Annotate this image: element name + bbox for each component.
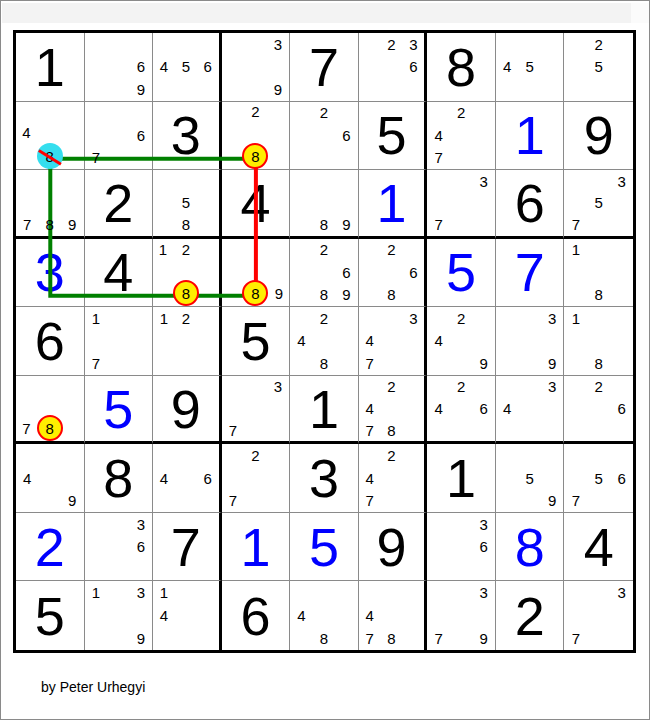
candidate-slot xyxy=(107,307,130,330)
cell-r1c1[interactable]: 1 xyxy=(16,33,85,102)
cell-r2c2[interactable]: 67 xyxy=(85,102,154,171)
candidate-slot xyxy=(472,102,495,125)
cell-r1c9[interactable]: 25 xyxy=(564,33,633,102)
cell-r5c5[interactable]: 248 xyxy=(290,307,359,376)
candidate-digit: 2 xyxy=(320,311,328,326)
candidate-digit: 3 xyxy=(274,37,282,52)
candidate-slot xyxy=(472,376,495,398)
cell-r8c8[interactable]: 8 xyxy=(496,513,565,582)
candidate-slot xyxy=(402,444,424,467)
candidate-digit: 9 xyxy=(137,82,145,97)
candidate-slot: 7 xyxy=(427,214,450,236)
candidate-layer: 36 xyxy=(427,513,495,581)
candidate-layer: 17 xyxy=(85,307,153,375)
candidate-digit: 4 xyxy=(503,59,511,74)
cell-r2c9[interactable]: 9 xyxy=(564,102,633,171)
cell-r3c6[interactable]: 1 xyxy=(359,170,428,239)
cell-r9c2[interactable]: 139 xyxy=(85,581,154,650)
candidate-digit: 4 xyxy=(160,471,168,486)
candidate-digit: 2 xyxy=(251,104,259,119)
cell-r7c5[interactable]: 3 xyxy=(290,444,359,513)
cell-r4c7[interactable]: 5 xyxy=(427,239,496,308)
candidate-slot xyxy=(450,352,473,375)
candidate-slot xyxy=(564,376,587,398)
candidate-slot: 3 xyxy=(402,307,424,330)
candidate-slot xyxy=(402,467,424,490)
cell-r5c9[interactable]: 18 xyxy=(564,307,633,376)
cell-r9c5[interactable]: 48 xyxy=(290,581,359,650)
candidate-slot xyxy=(518,78,541,101)
cell-r4c8[interactable]: 7 xyxy=(496,239,565,308)
candidate-slot xyxy=(197,352,219,375)
candidate-slot xyxy=(197,192,219,214)
candidate-digit: 9 xyxy=(479,631,487,646)
candidate-digit: 7 xyxy=(23,217,31,232)
candidate-slot: 4 xyxy=(427,124,450,147)
candidate-slot: 8 xyxy=(587,284,610,307)
candidate-layer: 14 xyxy=(153,581,219,650)
candidate-slot xyxy=(199,239,219,260)
cell-r9c3[interactable]: 14 xyxy=(153,581,222,650)
candidate-layer: 789 xyxy=(16,170,84,236)
cell-r6c1[interactable]: 78 xyxy=(16,376,85,445)
candidate-slot: 7 xyxy=(85,352,108,375)
candidate-slot: 8 xyxy=(313,627,336,650)
candidate-slot xyxy=(541,330,564,353)
candidate-slot xyxy=(427,307,450,330)
candidate-digit: 1 xyxy=(572,311,580,326)
candidate-digit: 7 xyxy=(229,493,237,508)
candidate-digit: 4 xyxy=(366,471,374,486)
candidate-slot xyxy=(63,396,84,416)
candidate-slot xyxy=(313,330,336,353)
cell-r1c3[interactable]: 456 xyxy=(153,33,222,102)
candidate-slot xyxy=(61,467,84,490)
chain-node-circle: 8 xyxy=(173,280,199,306)
cell-r6c4[interactable]: 37 xyxy=(222,376,291,445)
candidate-slot xyxy=(107,581,130,604)
candidate-slot xyxy=(610,419,633,441)
solved-digit: 1 xyxy=(515,108,545,162)
candidate-slot xyxy=(39,192,62,214)
top-toolbar-strip xyxy=(2,3,631,23)
candidate-slot xyxy=(61,170,84,192)
candidate-slot: 7 xyxy=(359,352,381,375)
given-digit: 5 xyxy=(35,589,65,643)
candidate-digit: 3 xyxy=(137,517,145,532)
cell-r6c9[interactable]: 26 xyxy=(564,376,633,445)
cell-r7c6[interactable]: 247 xyxy=(359,444,428,513)
candidate-slot xyxy=(61,444,84,467)
candidate-digit: 7 xyxy=(366,356,374,371)
cell-r3c9[interactable]: 357 xyxy=(564,170,633,239)
candidate-digit: 8 xyxy=(387,631,395,646)
candidate-slot xyxy=(381,78,403,101)
candidate-slot xyxy=(472,558,495,581)
candidate-slot: 9 xyxy=(268,280,289,306)
top-toolbar-strip-end xyxy=(631,3,649,23)
candidate-layer: 39 xyxy=(222,33,290,101)
cell-r7c4[interactable]: 27 xyxy=(222,444,291,513)
candidate-slot: 3 xyxy=(130,581,153,604)
candidate-slot: 7 xyxy=(85,147,108,170)
candidate-slot: 3 xyxy=(402,33,424,56)
candidate-slot xyxy=(450,558,473,581)
cell-r8c6[interactable]: 9 xyxy=(359,513,428,582)
candidate-slot xyxy=(450,535,473,558)
cell-r4c4[interactable]: 89 xyxy=(222,239,291,308)
candidate-layer: 2478 xyxy=(359,376,425,442)
candidate-slot xyxy=(450,330,473,353)
cell-r7c9[interactable]: 567 xyxy=(564,444,633,513)
candidate-slot: 4 xyxy=(496,56,519,79)
candidate-slot xyxy=(268,143,289,169)
cell-r8c5[interactable]: 5 xyxy=(290,513,359,582)
candidate-slot xyxy=(541,419,564,441)
cell-r2c5[interactable]: 26 xyxy=(290,102,359,171)
cell-r1c7[interactable]: 8 xyxy=(427,33,496,102)
cell-r3c2[interactable]: 2 xyxy=(85,170,154,239)
cell-r9c6[interactable]: 478 xyxy=(359,581,428,650)
candidate-slot xyxy=(402,284,424,307)
candidate-layer: 48 xyxy=(290,581,358,650)
candidate-slot: 2 xyxy=(381,376,403,398)
candidate-slot xyxy=(267,419,290,441)
candidate-slot xyxy=(16,102,37,123)
cell-r4c6[interactable]: 268 xyxy=(359,239,428,308)
candidate-slot xyxy=(587,214,610,236)
solved-digit: 5 xyxy=(446,245,476,299)
candidate-slot xyxy=(130,147,153,170)
candidate-slot xyxy=(85,56,108,79)
candidate-slot xyxy=(359,56,381,79)
candidate-digit: 4 xyxy=(434,401,442,416)
cell-r1c5[interactable]: 7 xyxy=(290,33,359,102)
candidate-slot xyxy=(496,330,519,353)
cell-r8c3[interactable]: 7 xyxy=(153,513,222,582)
cell-r1c6[interactable]: 236 xyxy=(359,33,428,102)
candidate-slot xyxy=(610,376,633,398)
candidate-slot xyxy=(518,376,541,398)
candidate-slot: 4 xyxy=(359,330,381,353)
candidate-slot: 9 xyxy=(335,214,358,236)
cell-r6c2[interactable]: 5 xyxy=(85,376,154,445)
candidate-slot xyxy=(130,330,153,353)
candidate-slot: 6 xyxy=(130,535,153,558)
candidate-slot: 3 xyxy=(267,33,290,56)
cell-r4c5[interactable]: 2689 xyxy=(290,239,359,308)
candidate-slot: 2 xyxy=(313,102,336,125)
candidate-slot xyxy=(107,147,130,170)
candidate-slot xyxy=(107,124,130,147)
given-digit: 9 xyxy=(584,108,614,162)
candidate-slot xyxy=(175,627,197,650)
candidate-slot xyxy=(335,147,358,170)
candidate-slot: 9 xyxy=(130,78,153,101)
candidate-slot xyxy=(175,489,197,512)
candidate-slot xyxy=(290,627,313,650)
candidate-slot xyxy=(359,444,381,467)
cell-r8c1[interactable]: 2 xyxy=(16,513,85,582)
candidate-slot xyxy=(450,398,473,420)
candidate-slot: 8 xyxy=(242,280,268,306)
candidate-slot xyxy=(290,261,313,284)
candidate-slot xyxy=(222,280,243,306)
candidate-layer: 39 xyxy=(496,307,564,375)
candidate-slot: 8 xyxy=(381,627,403,650)
candidate-slot xyxy=(153,280,173,306)
candidate-digit: 6 xyxy=(409,265,417,280)
candidate-slot xyxy=(359,78,381,101)
candidate-slot xyxy=(610,284,633,307)
candidate-digit: 6 xyxy=(342,265,350,280)
candidate-digit: 2 xyxy=(182,242,190,257)
candidate-slot: 6 xyxy=(335,261,358,284)
candidate-slot: 2 xyxy=(587,33,610,56)
cell-r8c2[interactable]: 36 xyxy=(85,513,154,582)
candidate-slot: 6 xyxy=(197,467,219,490)
cell-r7c7[interactable]: 1 xyxy=(427,444,496,513)
candidate-slot xyxy=(335,170,358,192)
candidate-digit: 5 xyxy=(525,471,533,486)
candidate-slot xyxy=(267,56,290,79)
candidate-slot: 8 xyxy=(381,419,403,441)
given-digit: 6 xyxy=(240,589,270,643)
candidate-slot xyxy=(107,352,130,375)
cell-r9c1[interactable]: 5 xyxy=(16,581,85,650)
candidate-digit: 7 xyxy=(366,423,374,438)
given-digit: 3 xyxy=(171,108,201,162)
cell-r6c8[interactable]: 34 xyxy=(496,376,565,445)
candidate-slot xyxy=(85,604,108,627)
candidate-slot xyxy=(518,330,541,353)
cell-r7c1[interactable]: 49 xyxy=(16,444,85,513)
candidate-slot xyxy=(244,33,267,56)
candidate-layer: 248 xyxy=(290,307,358,375)
candidate-slot xyxy=(427,558,450,581)
candidate-slot: 6 xyxy=(472,535,495,558)
sudoku-grid: 1694563972368452548673282652471978925848… xyxy=(13,30,636,653)
candidate-slot xyxy=(199,280,219,306)
cell-r9c9[interactable]: 37 xyxy=(564,581,633,650)
author-credit: by Peter Urhegyi xyxy=(41,679,145,695)
candidate-digit: 3 xyxy=(137,585,145,600)
candidate-slot xyxy=(564,398,587,420)
candidate-slot xyxy=(587,239,610,262)
candidate-slot xyxy=(518,33,541,56)
candidate-slot xyxy=(153,444,175,467)
candidate-slot xyxy=(518,398,541,420)
candidate-layer: 89 xyxy=(290,170,358,236)
candidate-slot xyxy=(197,307,219,330)
candidate-digit: 2 xyxy=(251,448,259,463)
candidate-slot xyxy=(564,467,587,490)
cell-r9c4[interactable]: 6 xyxy=(222,581,291,650)
candidate-slot xyxy=(130,307,153,330)
candidate-slot xyxy=(16,170,39,192)
candidate-layer: 78 xyxy=(16,376,84,442)
cell-r3c4[interactable]: 4 xyxy=(222,170,291,239)
cell-r3c5[interactable]: 89 xyxy=(290,170,359,239)
candidate-digit: 2 xyxy=(387,37,395,52)
candidate-digit: 8 xyxy=(595,287,603,302)
cell-r2c3[interactable]: 3 xyxy=(153,102,222,171)
candidate-slot xyxy=(85,124,108,147)
candidate-slot xyxy=(290,581,313,604)
candidate-slot xyxy=(472,147,495,170)
cell-r4c3[interactable]: 128 xyxy=(153,239,222,308)
cell-r8c4[interactable]: 1 xyxy=(222,513,291,582)
candidate-layer: 379 xyxy=(427,581,495,650)
given-digit: 8 xyxy=(446,40,476,94)
candidate-digit: 8 xyxy=(46,217,54,232)
cell-r7c2[interactable]: 8 xyxy=(85,444,154,513)
candidate-slot xyxy=(268,259,289,280)
candidate-slot xyxy=(39,170,62,192)
cell-r3c3[interactable]: 58 xyxy=(153,170,222,239)
candidate-slot xyxy=(496,444,519,467)
candidate-slot: 7 xyxy=(427,147,450,170)
candidate-slot: 3 xyxy=(472,513,495,536)
cell-r6c3[interactable]: 9 xyxy=(153,376,222,445)
cell-r4c2[interactable]: 4 xyxy=(85,239,154,308)
cell-r9c8[interactable]: 2 xyxy=(496,581,565,650)
candidate-slot: 2 xyxy=(450,376,473,398)
candidate-slot xyxy=(153,78,175,101)
cell-r6c5[interactable]: 1 xyxy=(290,376,359,445)
candidate-slot xyxy=(518,307,541,330)
candidate-slot xyxy=(290,170,313,192)
cell-r2c7[interactable]: 247 xyxy=(427,102,496,171)
candidate-slot xyxy=(313,170,336,192)
cell-r5c3[interactable]: 12 xyxy=(153,307,222,376)
given-digit: 5 xyxy=(377,108,407,162)
cell-r1c2[interactable]: 69 xyxy=(85,33,154,102)
cell-r6c6[interactable]: 2478 xyxy=(359,376,428,445)
candidate-digit: 4 xyxy=(503,401,511,416)
candidate-slot xyxy=(61,192,84,214)
candidate-digit: 8 xyxy=(320,287,328,302)
cell-r3c8[interactable]: 6 xyxy=(496,170,565,239)
candidate-slot xyxy=(244,376,267,398)
candidate-slot xyxy=(564,604,587,627)
candidate-digit: 4 xyxy=(366,401,374,416)
candidate-slot xyxy=(541,467,564,490)
candidate-slot: 6 xyxy=(335,124,358,147)
candidate-slot xyxy=(107,513,130,536)
candidate-layer: 357 xyxy=(564,170,633,236)
candidate-digit: 6 xyxy=(137,128,145,143)
candidate-slot: 8 xyxy=(173,280,199,306)
cell-r2c6[interactable]: 5 xyxy=(359,102,428,171)
candidate-slot xyxy=(564,261,587,284)
candidate-layer: 12 xyxy=(153,307,219,375)
given-digit: 4 xyxy=(103,245,133,299)
candidate-slot xyxy=(85,558,108,581)
cell-r2c4[interactable]: 28 xyxy=(222,102,291,171)
candidate-slot xyxy=(335,307,358,330)
cell-r5c1[interactable]: 6 xyxy=(16,307,85,376)
candidate-slot xyxy=(244,78,267,101)
cell-r7c8[interactable]: 59 xyxy=(496,444,565,513)
candidate-slot xyxy=(130,33,153,56)
candidate-slot: 1 xyxy=(153,581,175,604)
given-digit: 6 xyxy=(515,176,545,230)
candidate-digit: 2 xyxy=(387,379,395,394)
candidate-slot xyxy=(402,581,424,604)
candidate-digit: 2 xyxy=(457,379,465,394)
candidate-digit: 2 xyxy=(387,448,395,463)
cell-r8c9[interactable]: 4 xyxy=(564,513,633,582)
candidate-layer: 139 xyxy=(85,581,153,650)
candidate-layer: 478 xyxy=(359,581,425,650)
candidate-slot xyxy=(39,489,62,512)
candidate-slot xyxy=(381,352,403,375)
candidate-layer: 69 xyxy=(85,33,153,101)
candidate-slot: 2 xyxy=(244,444,267,467)
cell-r9c7[interactable]: 379 xyxy=(427,581,496,650)
candidate-slot: 9 xyxy=(267,78,290,101)
candidate-slot: 9 xyxy=(541,489,564,512)
candidate-slot xyxy=(313,261,336,284)
candidate-layer: 247 xyxy=(359,444,425,512)
candidate-slot xyxy=(541,444,564,467)
solved-digit: 7 xyxy=(515,245,545,299)
candidate-slot xyxy=(564,330,587,353)
cell-r7c3[interactable]: 46 xyxy=(153,444,222,513)
cell-r6c7[interactable]: 246 xyxy=(427,376,496,445)
cell-r5c6[interactable]: 347 xyxy=(359,307,428,376)
cell-r1c4[interactable]: 39 xyxy=(222,33,291,102)
candidate-digit: 3 xyxy=(479,585,487,600)
candidate-slot xyxy=(587,261,610,284)
candidate-slot: 9 xyxy=(130,627,153,650)
cell-r1c8[interactable]: 45 xyxy=(496,33,565,102)
candidate-digit: 7 xyxy=(434,217,442,232)
candidate-slot xyxy=(518,489,541,512)
cell-r5c4[interactable]: 5 xyxy=(222,307,291,376)
candidate-slot xyxy=(381,604,403,627)
cell-r4c1[interactable]: 3 xyxy=(16,239,85,308)
candidate-slot xyxy=(359,376,381,398)
candidate-slot: 2 xyxy=(175,307,197,330)
cell-r3c7[interactable]: 37 xyxy=(427,170,496,239)
cell-r3c1[interactable]: 789 xyxy=(16,170,85,239)
cell-r2c8[interactable]: 1 xyxy=(496,102,565,171)
candidate-slot xyxy=(175,78,197,101)
cell-r5c7[interactable]: 249 xyxy=(427,307,496,376)
candidate-digit: 5 xyxy=(595,471,603,486)
candidate-slot xyxy=(496,33,519,56)
candidate-slot xyxy=(222,444,245,467)
cell-r4c9[interactable]: 18 xyxy=(564,239,633,308)
candidate-slot xyxy=(290,307,313,330)
candidate-slot xyxy=(175,467,197,490)
cell-r5c8[interactable]: 39 xyxy=(496,307,565,376)
candidate-slot: 4 xyxy=(427,330,450,353)
given-digit: 9 xyxy=(171,382,201,436)
cell-r8c7[interactable]: 36 xyxy=(427,513,496,582)
candidate-slot xyxy=(85,33,108,56)
candidate-slot: 1 xyxy=(564,239,587,262)
cell-r5c2[interactable]: 17 xyxy=(85,307,154,376)
candidate-slot xyxy=(450,419,473,441)
candidate-slot xyxy=(313,147,336,170)
candidate-slot xyxy=(427,581,450,604)
candidate-slot: 6 xyxy=(402,261,424,284)
cell-r2c1[interactable]: 48 xyxy=(16,102,85,171)
candidate-slot xyxy=(472,604,495,627)
